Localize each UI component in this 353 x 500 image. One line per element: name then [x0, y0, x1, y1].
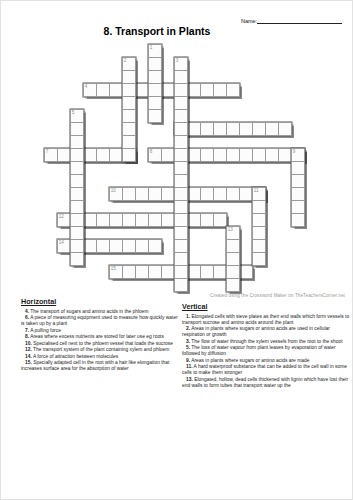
crossword-cell: [292, 201, 304, 213]
crossword-cell: [240, 188, 252, 200]
crossword-cell: [136, 266, 148, 278]
clue-item-text: Areas in plants where sugars or amino ac…: [190, 358, 309, 363]
crossword-cell: [123, 84, 135, 96]
crossword-cell: [253, 253, 265, 265]
crossword-cell: [149, 84, 161, 96]
crossword-cell: [240, 123, 252, 135]
crossword-cell: [227, 253, 239, 265]
clue-item: 10. Specialised cell next to the phloem …: [21, 341, 179, 347]
crossword-cell: [97, 149, 109, 161]
crossword-cell: [188, 188, 200, 200]
clue-item-text: A pulling force: [29, 328, 61, 333]
clue-number: 4: [85, 84, 88, 89]
crossword-cell: [123, 97, 135, 109]
crossword-cell: [227, 240, 239, 252]
crossword-cell: 9: [292, 149, 304, 161]
crossword-cell: [162, 188, 174, 200]
vertical-clues-header: Vertical: [182, 302, 350, 311]
crossword-cell: [175, 84, 187, 96]
crossword-cell: [253, 123, 265, 135]
crossword-cell: [188, 149, 200, 161]
crossword-cell: [175, 149, 187, 161]
clue-item-text: The transport of sugars and amino acids …: [29, 309, 149, 314]
crossword-cell: [227, 279, 239, 291]
crossword-cell: 5: [71, 110, 83, 122]
horizontal-clues-section: Horizontal 4. The transport of sugars an…: [21, 297, 179, 373]
clue-item: 9. Areas in plants where sugars or amino…: [182, 358, 350, 364]
word-3-down: 3: [174, 57, 188, 292]
crossword-cell: [253, 227, 265, 239]
clue-item: 12. The transport system of the plant co…: [21, 347, 179, 353]
crossword-cell: 10: [110, 188, 122, 200]
clue-number: 13: [228, 227, 233, 232]
name-field: Name:: [241, 17, 347, 24]
crossword-cell: 13: [227, 227, 239, 239]
credit-text: Created using the Crossword Maker on The…: [210, 293, 345, 298]
clue-item-number: 3.: [182, 339, 190, 344]
crossword-cell: [175, 162, 187, 174]
name-blank-line: [257, 17, 342, 24]
vertical-clues-list: 1. Elongated cells with sieve plates as …: [182, 314, 350, 389]
crossword-cell: [149, 240, 161, 252]
crossword-cell: [266, 123, 278, 135]
clue-item-text: The transport system of the plant contai…: [32, 347, 169, 352]
clue-item-number: 11.: [182, 364, 193, 369]
clue-number: 10: [111, 188, 116, 193]
crossword-cell: [71, 162, 83, 174]
crossword-cell: [136, 188, 148, 200]
crossword-cell: [136, 240, 148, 252]
crossword-cell: [71, 214, 83, 226]
word-1-down: 1: [148, 44, 162, 123]
crossword-cell: [84, 240, 96, 252]
crossword-cell: [292, 162, 304, 174]
crossword-cell: [214, 266, 226, 278]
crossword-cell: [201, 188, 213, 200]
word-8-across: 8: [148, 148, 305, 162]
crossword-cell: [214, 123, 226, 135]
crossword-cell: [188, 214, 200, 226]
crossword-cell: [123, 149, 135, 161]
crossword-cell: [123, 71, 135, 83]
crossword-cell: [214, 84, 226, 96]
clue-item-text: A hard waterproof substance that can be …: [182, 364, 347, 375]
crossword-cell: [201, 123, 213, 135]
crossword-cell: [123, 188, 135, 200]
crossword-cell: [84, 214, 96, 226]
crossword-cell: [188, 123, 200, 135]
crossword-cell: [71, 136, 83, 148]
crossword-cell: [201, 214, 213, 226]
crossword-cell: [188, 84, 200, 96]
clue-item-number: 4.: [21, 309, 29, 314]
clue-item: 8. Areas where excess nutrients are stor…: [21, 334, 179, 340]
clue-number: 7: [46, 149, 49, 154]
clue-item: 2. Areas in plants where sugars or amino…: [182, 326, 350, 338]
crossword-cell: [175, 214, 187, 226]
crossword-cell: [227, 84, 239, 96]
crossword-cell: [227, 123, 239, 135]
crossword-cell: [227, 266, 239, 278]
clue-item: 14. A force of attraction between molecu…: [21, 354, 179, 360]
clue-item-text: Areas where excess nutrients are stored …: [29, 334, 164, 339]
crossword-grid: 467810121415123591113: [45, 45, 307, 293]
crossword-cell: [71, 240, 83, 252]
crossword-cell: [71, 253, 83, 265]
clue-item: 13. Elongated, hollow, dead cells thicke…: [182, 377, 350, 389]
crossword-cell: [227, 149, 239, 161]
horizontal-clues-header: Horizontal: [21, 297, 179, 306]
crossword-cell: [175, 188, 187, 200]
crossword-cell: [123, 123, 135, 135]
clue-item-text: Areas in plants where sugars or amino ac…: [182, 326, 330, 337]
clue-item: 5. The loss of water vapour from plant l…: [182, 345, 350, 357]
crossword-cell: [123, 266, 135, 278]
crossword-cell: [240, 149, 252, 161]
crossword-cell: [253, 149, 265, 161]
clue-item: 6. A piece of measuring equipment used t…: [21, 315, 179, 327]
crossword-cell: [71, 175, 83, 187]
clue-number: 5: [72, 110, 75, 115]
clue-item-number: 6.: [21, 315, 29, 320]
crossword-cell: [149, 214, 161, 226]
crossword-cell: [71, 123, 83, 135]
crossword-cell: [253, 201, 265, 213]
crossword-cell: [292, 188, 304, 200]
clue-item-text: The loss of water vapour from plant leav…: [182, 345, 336, 356]
name-label: Name:: [241, 18, 257, 24]
crossword-cell: [253, 214, 265, 226]
crossword-cell: [175, 227, 187, 239]
crossword-cell: 12: [58, 214, 70, 226]
crossword-cell: [201, 84, 213, 96]
clue-item-text: A force of attraction between molecules: [32, 354, 118, 359]
clue-item-number: 1.: [182, 314, 190, 319]
clue-item-text: The flow of water through the xylem vess…: [190, 339, 342, 344]
crossword-cell: [110, 149, 122, 161]
vertical-clues-section: Vertical 1. Elongated cells with sieve p…: [182, 302, 350, 389]
crossword-cell: [149, 266, 161, 278]
crossword-cell: [149, 97, 161, 109]
crossword-cell: [279, 149, 291, 161]
crossword-cell: [149, 110, 161, 122]
word-9-down: 9: [291, 148, 305, 227]
clue-item-text: Specialised cell next to the phloem vess…: [32, 341, 173, 346]
crossword-cell: [292, 175, 304, 187]
crossword-cell: [175, 201, 187, 213]
clue-item: 1. Elongated cells with sieve plates as …: [182, 314, 350, 326]
crossword-cell: [162, 266, 174, 278]
crossword-cell: [71, 188, 83, 200]
clue-number: 9: [293, 149, 296, 154]
crossword-cell: [71, 149, 83, 161]
crossword-cell: [201, 266, 213, 278]
clue-item-text: Specially adapted cell in the root with …: [21, 360, 169, 371]
clue-item-text: Elongated, hollow, dead cells thickened …: [182, 377, 348, 388]
crossword-cell: [123, 110, 135, 122]
crossword-cell: [175, 266, 187, 278]
crossword-cell: [175, 123, 187, 135]
crossword-cell: [71, 201, 83, 213]
crossword-cell: [175, 240, 187, 252]
crossword-cell: 8: [149, 149, 161, 161]
crossword-cell: 2: [123, 58, 135, 70]
clue-item: 7. A pulling force: [21, 328, 179, 334]
crossword-cell: [136, 214, 148, 226]
crossword-cell: [71, 227, 83, 239]
crossword-cell: [214, 214, 226, 226]
clue-number: 3: [176, 58, 179, 63]
word-6-across: 6: [174, 122, 292, 136]
crossword-cell: [227, 188, 239, 200]
crossword-cell: [266, 149, 278, 161]
crossword-cell: [201, 149, 213, 161]
crossword-cell: [123, 240, 135, 252]
word-11-down: 11: [252, 187, 266, 266]
crossword-cell: [175, 253, 187, 265]
clue-item-number: 14.: [21, 354, 32, 359]
clue-item-number: 5.: [182, 345, 190, 350]
clue-number: 2: [124, 58, 127, 63]
clue-item-number: 10.: [21, 341, 32, 346]
page-title: 8. Transport in Plants: [1, 25, 313, 37]
crossword-cell: [279, 123, 291, 135]
crossword-cell: 3: [175, 58, 187, 70]
clue-item: 3. The flow of water through the xylem v…: [182, 339, 350, 345]
crossword-cell: [214, 149, 226, 161]
crossword-cell: [188, 266, 200, 278]
word-5-down: 5: [70, 109, 84, 266]
clue-number: 8: [150, 149, 153, 154]
crossword-cell: [175, 136, 187, 148]
worksheet-page: Name: 8. Transport in Plants 46781012141…: [0, 0, 353, 500]
clue-item-number: 15.: [21, 360, 32, 365]
clue-number: 11: [254, 188, 259, 193]
clue-item-number: 8.: [21, 334, 29, 339]
crossword-cell: [240, 266, 252, 278]
crossword-cell: [162, 214, 174, 226]
crossword-cell: 7: [45, 149, 57, 161]
clue-item-number: 9.: [182, 358, 190, 363]
clue-number: 14: [59, 240, 64, 245]
crossword-cell: [175, 97, 187, 109]
horizontal-clues-list: 4. The transport of sugars and amino aci…: [21, 309, 179, 373]
crossword-cell: [162, 84, 174, 96]
crossword-cell: [110, 214, 122, 226]
crossword-cell: [175, 71, 187, 83]
clue-number: 1: [150, 45, 153, 50]
clue-number: 15: [111, 266, 116, 271]
crossword-cell: [97, 240, 109, 252]
crossword-cell: [162, 149, 174, 161]
crossword-cell: [84, 149, 96, 161]
crossword-cell: 15: [110, 266, 122, 278]
crossword-cell: 1: [149, 45, 161, 57]
clue-item-text: Elongated cells with sieve plates as the…: [182, 314, 349, 325]
clue-item: 15. Specially adapted cell in the root w…: [21, 360, 179, 372]
crossword-cell: 4: [84, 84, 96, 96]
word-13-down: 13: [226, 226, 240, 292]
clue-item-number: 13.: [182, 377, 193, 382]
crossword-cell: [253, 240, 265, 252]
clue-item: 4. The transport of sugars and amino aci…: [21, 309, 179, 315]
crossword-cell: [292, 214, 304, 226]
crossword-cell: [175, 175, 187, 187]
crossword-cell: 14: [58, 240, 70, 252]
crossword-cell: [123, 214, 135, 226]
word-2-down: 2: [122, 57, 136, 162]
crossword-cell: [110, 240, 122, 252]
crossword-cell: [175, 279, 187, 291]
crossword-cell: [149, 71, 161, 83]
crossword-cell: [214, 188, 226, 200]
crossword-cell: [175, 110, 187, 122]
clue-item-number: 7.: [21, 328, 29, 333]
clue-item-text: A piece of measuring equipment used to m…: [21, 315, 178, 326]
clue-item-number: 2.: [182, 326, 190, 331]
clue-item-number: 12.: [21, 347, 32, 352]
clue-number: 12: [59, 214, 64, 219]
crossword-cell: [110, 84, 122, 96]
crossword-cell: 11: [253, 188, 265, 200]
crossword-cell: [123, 136, 135, 148]
crossword-cell: [97, 84, 109, 96]
crossword-cell: [149, 58, 161, 70]
crossword-cell: [58, 149, 70, 161]
crossword-cell: [149, 188, 161, 200]
clue-item: 11. A hard waterproof substance that can…: [182, 364, 350, 376]
crossword-cell: [136, 84, 148, 96]
crossword-cell: [97, 214, 109, 226]
